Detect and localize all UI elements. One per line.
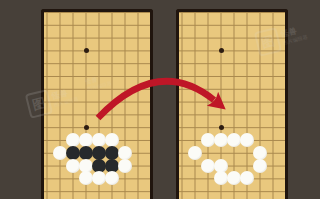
white-stone [92, 171, 106, 185]
white-stone [240, 171, 254, 185]
white-stone [253, 159, 267, 173]
white-stone [253, 146, 267, 160]
go-board-after-capture [176, 9, 288, 199]
go-capture-diagram: 图 怪兽 图片编辑器 怪兽 图片编辑器 图 怪兽 图片编辑器 [0, 0, 320, 199]
white-stone [105, 171, 119, 185]
white-stone [201, 133, 215, 147]
white-stone [227, 171, 241, 185]
white-stone [201, 159, 215, 173]
star-point [219, 48, 224, 53]
black-stone [79, 146, 93, 160]
white-stone [53, 146, 67, 160]
star-point [84, 48, 89, 53]
white-stone [79, 171, 93, 185]
white-stone [118, 146, 132, 160]
white-stone [66, 133, 80, 147]
white-stone [92, 133, 106, 147]
white-stone [227, 133, 241, 147]
star-point [219, 125, 224, 130]
black-stone [66, 146, 80, 160]
black-stone [105, 146, 119, 160]
white-stone [79, 133, 93, 147]
go-board-before-capture [41, 9, 153, 199]
white-stone [240, 133, 254, 147]
white-stone [188, 146, 202, 160]
white-stone [105, 133, 119, 147]
black-stone [92, 146, 106, 160]
white-stone [214, 171, 228, 185]
white-stone [118, 159, 132, 173]
white-stone [66, 159, 80, 173]
star-point [84, 125, 89, 130]
white-stone [214, 133, 228, 147]
